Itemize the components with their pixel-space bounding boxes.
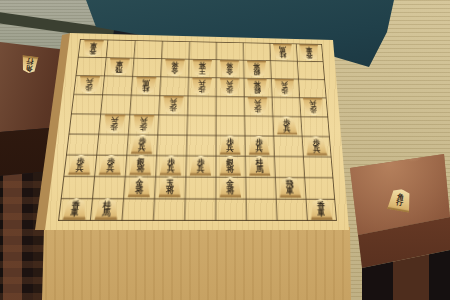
piece-kanji: 金将	[226, 62, 234, 74]
piece-kanji: 桂馬	[102, 201, 112, 217]
piece-kanji: 香車	[88, 42, 97, 54]
piece-kanji: 歩兵	[139, 117, 148, 131]
piece-kanji: 歩兵	[226, 80, 234, 93]
shogi-piece-p-4-9[interactable]: 歩兵	[302, 97, 325, 115]
piece-kanji: 桂馬	[255, 159, 264, 173]
shogi-piece-p-4-4[interactable]: 歩兵	[162, 95, 185, 114]
shogi-piece-p-3-6[interactable]: 歩兵	[219, 78, 241, 96]
shogi-piece-s-3-7[interactable]: 銀将	[247, 78, 269, 96]
hand-piece-b-gote[interactable]: 角行	[20, 55, 39, 74]
piece-kanji: 歩兵	[109, 117, 119, 131]
piece-kanji: 角行	[25, 58, 35, 72]
piece-kanji: 歩兵	[309, 100, 318, 113]
shogi-piece-n-9-2[interactable]: 桂馬	[94, 198, 120, 220]
shogi-piece-g-8-6[interactable]: 金将	[219, 177, 242, 198]
shogi-piece-s-7-3[interactable]: 銀将	[128, 155, 153, 175]
shogi-piece-g-2-6[interactable]: 金将	[219, 60, 240, 77]
shogi-piece-p-6-6[interactable]: 歩兵	[219, 135, 242, 155]
hand-piece-b-sente[interactable]: 角行	[386, 187, 413, 213]
piece-kanji: 歩兵	[282, 119, 291, 132]
shogi-piece-p-4-7[interactable]: 歩兵	[247, 97, 269, 115]
shogi-piece-p-3-8[interactable]: 歩兵	[274, 79, 296, 97]
piece-kanji: 歩兵	[312, 139, 321, 153]
shogi-piece-p-7-1[interactable]: 歩兵	[67, 155, 93, 175]
piece-kanji: 歩兵	[75, 157, 85, 172]
shogi-piece-p-6-7[interactable]: 歩兵	[248, 136, 271, 155]
piece-kanji: 飛車	[114, 60, 123, 73]
shogi-piece-k-2-5[interactable]: 王将	[191, 59, 212, 77]
shogi-piece-l-9-1[interactable]: 香車	[62, 198, 89, 220]
piece-kanji: 銀将	[253, 63, 261, 75]
piece-kanji: 香車	[305, 46, 314, 58]
shogi-piece-l-1-9[interactable]: 香車	[299, 44, 321, 61]
shogi-piece-p-7-4[interactable]: 歩兵	[159, 155, 183, 175]
shogi-piece-l-9-9[interactable]: 香車	[309, 199, 334, 220]
piece-kanji: 王将	[198, 62, 206, 74]
piece-kanji: 金将	[170, 61, 178, 74]
piece-kanji: 香車	[316, 202, 326, 217]
piece-kanji: 飛車	[285, 180, 294, 195]
shogi-piece-p-5-8[interactable]: 歩兵	[276, 116, 299, 135]
piece-kanji: 桂馬	[141, 79, 150, 92]
piece-kanji: 銀将	[136, 158, 146, 173]
shogi-piece-n-7-7[interactable]: 桂馬	[248, 156, 271, 176]
shogi-piece-n-1-8[interactable]: 桂馬	[272, 43, 293, 60]
piece-kanji: 金将	[226, 180, 235, 195]
shogi-piece-s-2-7[interactable]: 銀将	[246, 60, 267, 77]
piece-kanji: 歩兵	[169, 98, 178, 111]
shogi-piece-p-7-5[interactable]: 歩兵	[189, 155, 212, 175]
piece-kanji: 玉将	[165, 179, 174, 194]
piece-kanji: 歩兵	[281, 81, 290, 94]
shogi-piece-p-3-5[interactable]: 歩兵	[191, 77, 213, 95]
shogi-piece-r-8-8[interactable]: 飛車	[278, 177, 302, 198]
shogi-piece-p-5-3[interactable]: 歩兵	[131, 114, 155, 133]
board-grid[interactable]: 香車桂馬香車飛車金将王将金将銀将歩兵桂馬歩兵歩兵銀将歩兵歩兵歩兵歩兵歩兵歩兵歩兵…	[58, 39, 337, 221]
piece-kanji: 歩兵	[166, 158, 175, 173]
piece-kanji: 金将	[135, 179, 145, 194]
shogi-piece-g-8-3[interactable]: 金将	[127, 176, 152, 197]
piece-kanji: 角行	[395, 193, 405, 207]
shogi-piece-p-6-3[interactable]: 歩兵	[130, 134, 154, 154]
shogi-piece-g-2-4[interactable]: 金将	[164, 59, 186, 77]
shogi-piece-l-1-1[interactable]: 香車	[81, 39, 104, 56]
komadai-right-pieces: 角行	[388, 189, 414, 213]
photo-scene: 角行 香車桂馬香車飛車金将王将金将銀将歩兵桂馬歩兵歩兵銀将歩兵歩兵歩兵歩兵歩兵歩…	[0, 0, 450, 300]
shogi-piece-n-3-3[interactable]: 桂馬	[134, 76, 157, 94]
shogi-piece-k-8-4[interactable]: 玉将	[158, 176, 182, 197]
shogi-piece-p-3-1[interactable]: 歩兵	[77, 75, 101, 93]
shogi-piece-p-5-2[interactable]: 歩兵	[102, 114, 126, 133]
piece-kanji: 歩兵	[106, 158, 116, 173]
shogi-piece-r-2-2[interactable]: 飛車	[107, 57, 130, 75]
piece-kanji: 歩兵	[196, 158, 205, 172]
piece-kanji: 歩兵	[254, 99, 262, 112]
piece-kanji: 銀将	[226, 158, 235, 172]
piece-kanji: 銀将	[253, 81, 261, 94]
shogi-piece-p-6-9[interactable]: 歩兵	[305, 136, 328, 155]
piece-kanji: 桂馬	[279, 46, 287, 58]
piece-kanji: 歩兵	[255, 138, 264, 152]
shogi-piece-s-7-6[interactable]: 銀将	[219, 156, 242, 176]
piece-kanji: 香車	[70, 201, 81, 217]
piece-kanji: 歩兵	[198, 80, 206, 93]
piece-kanji: 歩兵	[226, 138, 234, 152]
piece-kanji: 歩兵	[137, 137, 146, 151]
shogi-piece-p-7-2[interactable]: 歩兵	[98, 155, 123, 175]
piece-kanji: 歩兵	[84, 78, 94, 91]
komadai-left-pieces: 角行	[21, 56, 41, 75]
